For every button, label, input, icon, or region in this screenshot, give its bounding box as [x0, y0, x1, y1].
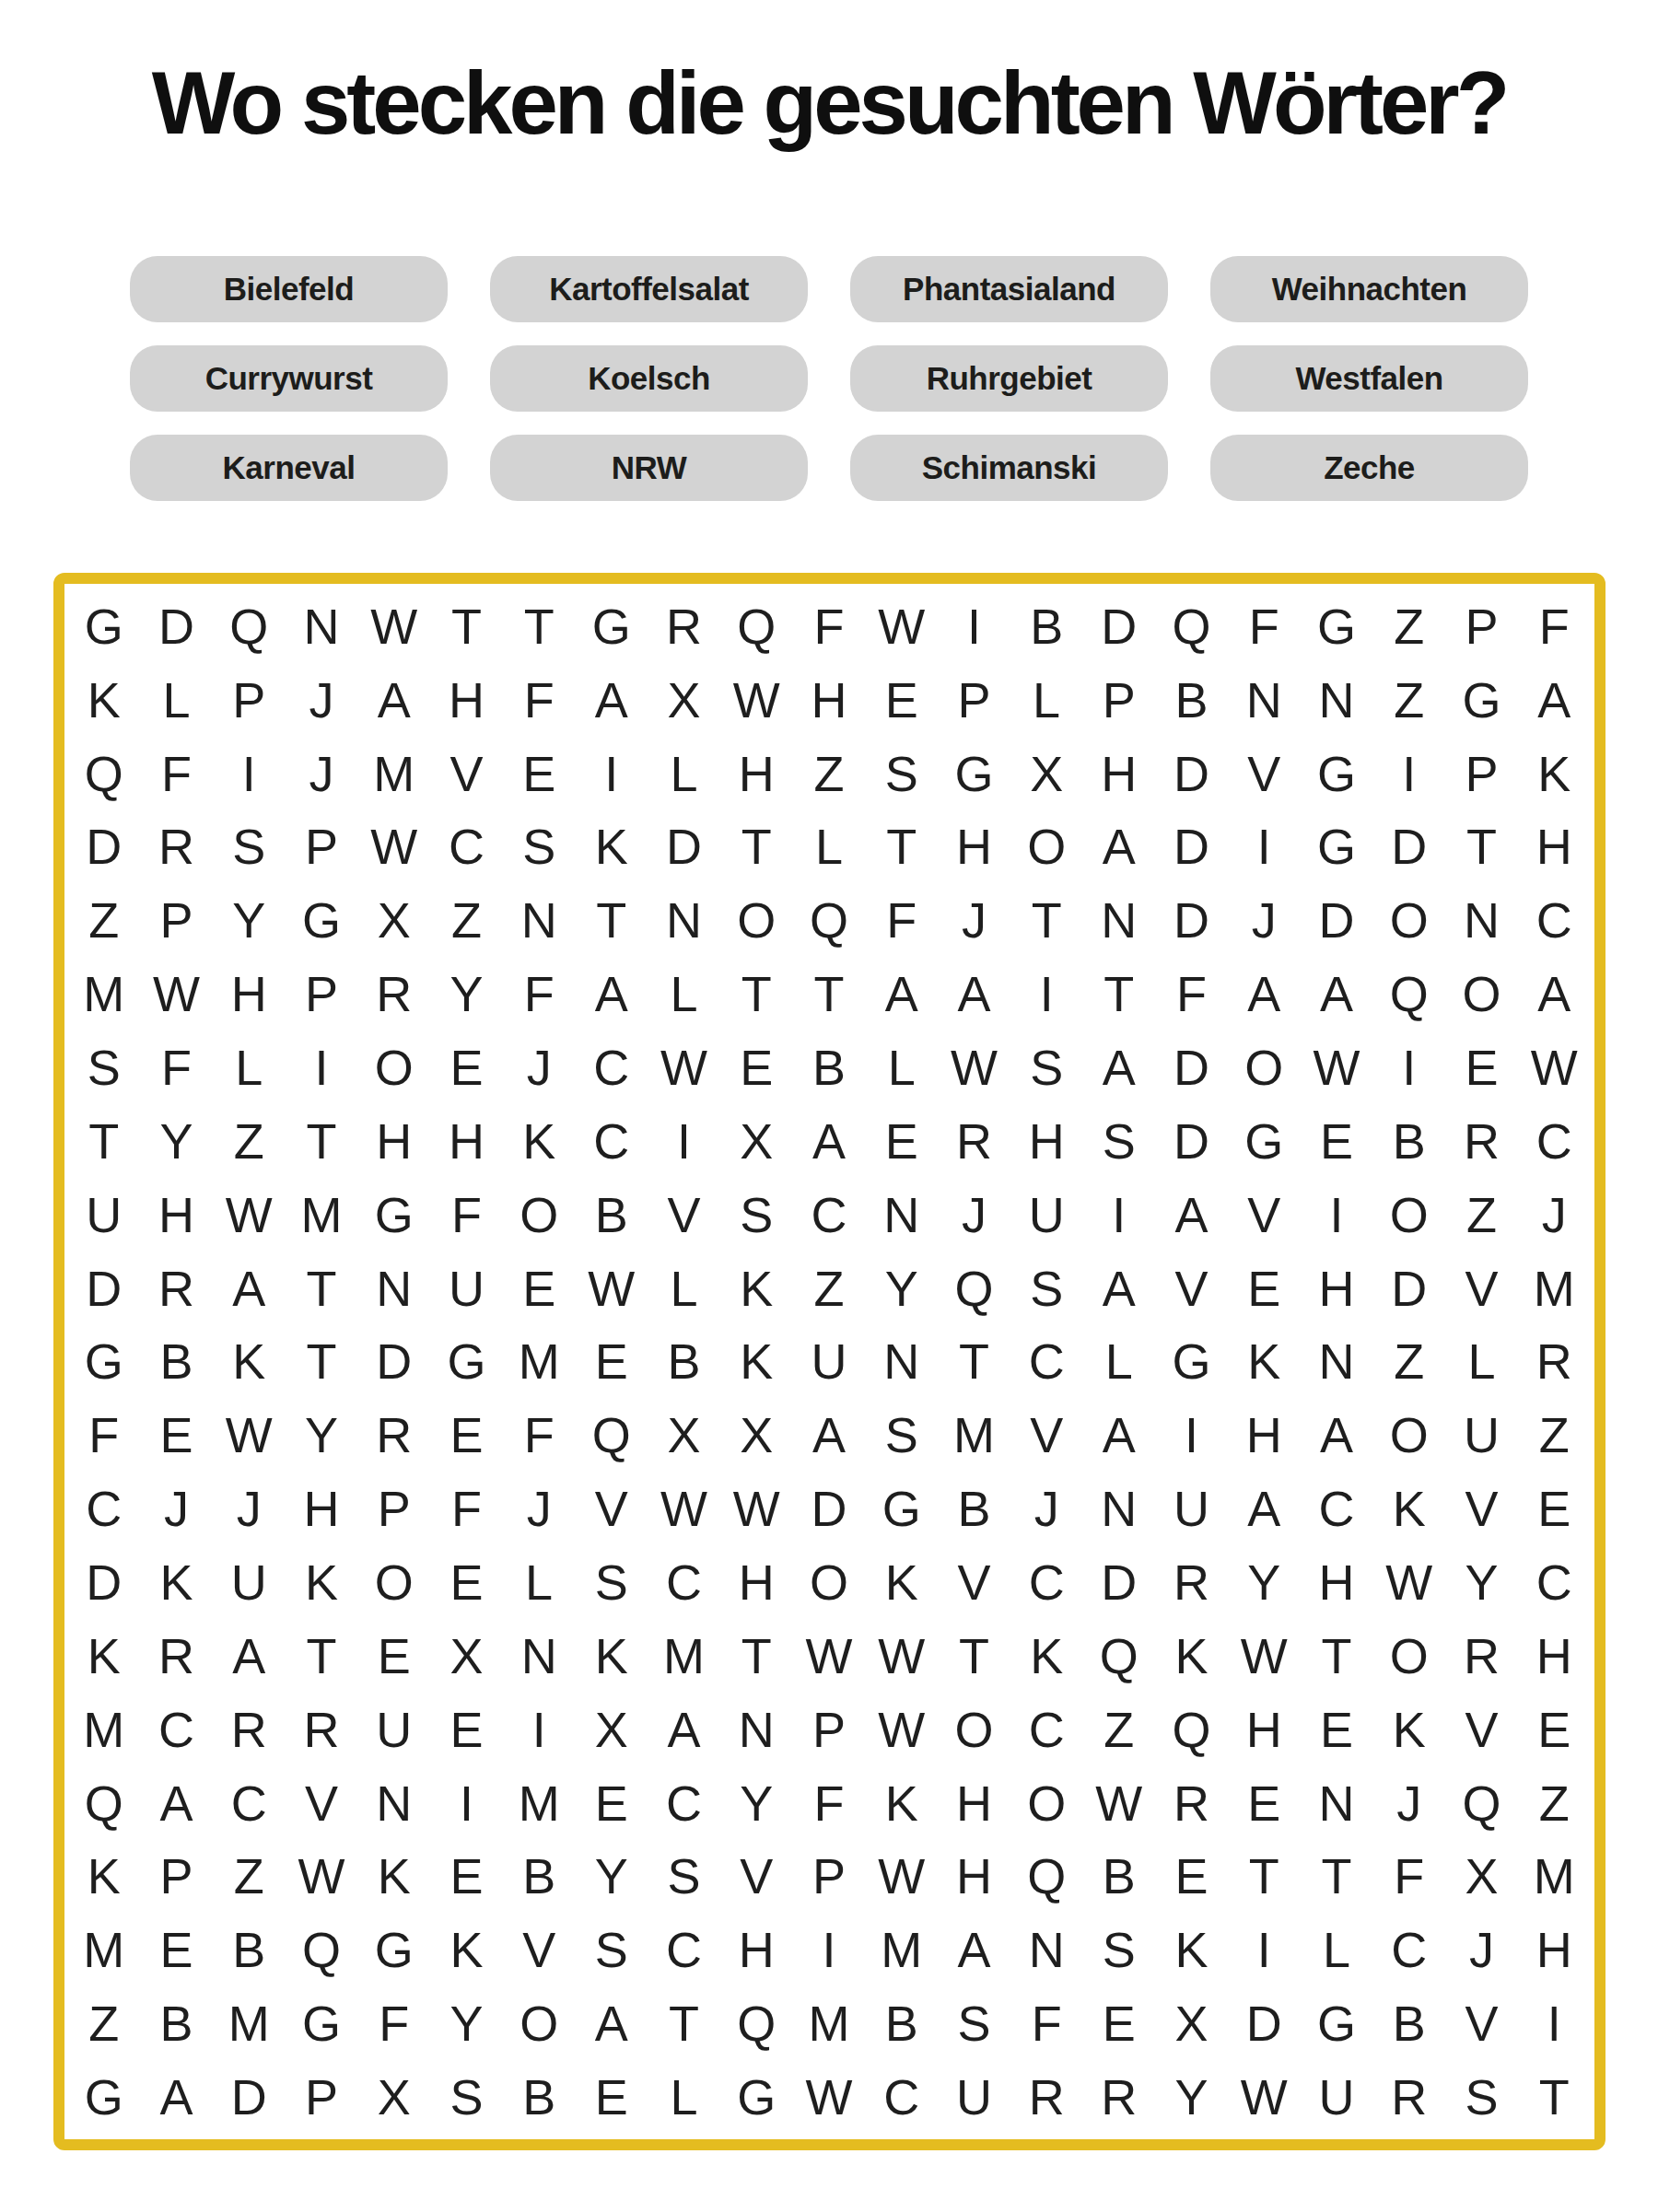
grid-cell[interactable]: G [68, 2060, 141, 2134]
grid-cell[interactable]: H [720, 737, 793, 810]
grid-cell[interactable]: U [793, 1325, 866, 1399]
grid-cell[interactable]: I [430, 1766, 503, 1840]
grid-cell[interactable]: U [1445, 1398, 1518, 1472]
grid-cell[interactable]: N [1083, 1472, 1156, 1545]
grid-cell[interactable]: H [720, 1545, 793, 1619]
grid-cell[interactable]: I [648, 1104, 720, 1178]
grid-cell[interactable]: F [793, 1766, 866, 1840]
grid-cell[interactable]: J [213, 1472, 286, 1545]
grid-cell[interactable]: S [938, 1986, 1010, 2060]
grid-cell[interactable]: V [1228, 1178, 1301, 1252]
grid-cell[interactable]: M [1518, 1840, 1591, 1914]
grid-cell[interactable]: D [213, 2060, 286, 2134]
grid-cell[interactable]: S [1083, 1913, 1156, 1986]
grid-cell[interactable]: V [576, 1472, 648, 1545]
grid-cell[interactable]: V [286, 1766, 358, 1840]
grid-cell[interactable]: F [1228, 589, 1301, 663]
grid-cell[interactable]: A [793, 1398, 866, 1472]
grid-cell[interactable]: A [576, 957, 648, 1030]
grid-cell[interactable]: L [1301, 1913, 1373, 1986]
grid-cell[interactable]: V [1445, 1693, 1518, 1766]
grid-cell[interactable]: G [357, 1178, 430, 1252]
grid-cell[interactable]: Q [576, 1398, 648, 1472]
grid-cell[interactable]: J [1445, 1913, 1518, 1986]
grid-cell[interactable]: O [1372, 883, 1445, 957]
grid-cell[interactable]: L [648, 2060, 720, 2134]
grid-cell[interactable]: G [1445, 663, 1518, 737]
grid-cell[interactable]: G [1228, 1104, 1301, 1178]
grid-cell[interactable]: F [1010, 1986, 1083, 2060]
grid-cell[interactable]: E [1301, 1693, 1373, 1766]
grid-cell[interactable]: P [286, 2060, 358, 2134]
grid-cell[interactable]: H [793, 663, 866, 737]
grid-cell[interactable]: L [503, 1545, 576, 1619]
grid-cell[interactable]: K [140, 1545, 213, 1619]
grid-cell[interactable]: Z [1445, 1178, 1518, 1252]
grid-cell[interactable]: O [503, 1986, 576, 2060]
grid-cell[interactable]: W [648, 1030, 720, 1104]
grid-cell[interactable]: C [140, 1693, 213, 1766]
grid-cell[interactable]: S [1445, 2060, 1518, 2134]
grid-cell[interactable]: B [1372, 1986, 1445, 2060]
grid-cell[interactable]: Q [720, 1986, 793, 2060]
grid-cell[interactable]: Y [286, 1398, 358, 1472]
grid-cell[interactable]: H [720, 1913, 793, 1986]
grid-cell[interactable]: T [503, 589, 576, 663]
grid-cell[interactable]: K [68, 1840, 141, 1914]
grid-cell[interactable]: W [793, 1619, 866, 1693]
grid-cell[interactable]: E [576, 1766, 648, 1840]
grid-cell[interactable]: R [357, 1398, 430, 1472]
grid-cell[interactable]: U [1155, 1472, 1228, 1545]
grid-cell[interactable]: C [648, 1913, 720, 1986]
grid-cell[interactable]: N [357, 1252, 430, 1325]
grid-cell[interactable]: T [720, 810, 793, 884]
grid-cell[interactable]: V [1445, 1252, 1518, 1325]
grid-cell[interactable]: A [140, 2060, 213, 2134]
grid-cell[interactable]: N [357, 1766, 430, 1840]
grid-cell[interactable]: E [720, 1030, 793, 1104]
grid-cell[interactable]: Z [68, 1986, 141, 2060]
grid-cell[interactable]: H [357, 1104, 430, 1178]
grid-cell[interactable]: Q [286, 1913, 358, 1986]
grid-cell[interactable]: L [648, 737, 720, 810]
grid-cell[interactable]: C [1372, 1913, 1445, 1986]
grid-cell[interactable]: Z [213, 1840, 286, 1914]
grid-cell[interactable]: C [1518, 1104, 1591, 1178]
grid-cell[interactable]: K [68, 663, 141, 737]
grid-cell[interactable]: F [1155, 957, 1228, 1030]
grid-cell[interactable]: A [1228, 1472, 1301, 1545]
grid-cell[interactable]: A [1083, 810, 1156, 884]
grid-cell[interactable]: H [213, 957, 286, 1030]
grid-cell[interactable]: I [503, 1693, 576, 1766]
grid-cell[interactable]: T [286, 1325, 358, 1399]
grid-cell[interactable]: H [140, 1178, 213, 1252]
grid-cell[interactable]: S [576, 1545, 648, 1619]
grid-cell[interactable]: I [938, 589, 1010, 663]
grid-cell[interactable]: R [140, 1619, 213, 1693]
grid-cell[interactable]: N [1301, 663, 1373, 737]
grid-cell[interactable]: T [1010, 883, 1083, 957]
grid-cell[interactable]: X [357, 883, 430, 957]
grid-cell[interactable]: C [1010, 1325, 1083, 1399]
grid-cell[interactable]: K [576, 1619, 648, 1693]
grid-cell[interactable]: W [648, 1472, 720, 1545]
grid-cell[interactable]: I [576, 737, 648, 810]
grid-cell[interactable]: L [648, 957, 720, 1030]
grid-cell[interactable]: V [720, 1840, 793, 1914]
grid-cell[interactable]: D [1155, 883, 1228, 957]
grid-cell[interactable]: G [576, 589, 648, 663]
grid-cell[interactable]: M [68, 1913, 141, 1986]
grid-cell[interactable]: H [1518, 1619, 1591, 1693]
grid-cell[interactable]: V [1228, 737, 1301, 810]
grid-cell[interactable]: X [1010, 737, 1083, 810]
grid-cell[interactable]: C [1518, 883, 1591, 957]
grid-cell[interactable]: Q [1372, 957, 1445, 1030]
grid-cell[interactable]: E [1445, 1030, 1518, 1104]
grid-cell[interactable]: G [1301, 810, 1373, 884]
grid-cell[interactable]: A [1518, 663, 1591, 737]
grid-cell[interactable]: Z [793, 1252, 866, 1325]
grid-cell[interactable]: C [648, 1545, 720, 1619]
grid-cell[interactable]: X [1445, 1840, 1518, 1914]
grid-cell[interactable]: L [793, 810, 866, 884]
grid-cell[interactable]: E [1301, 1104, 1373, 1178]
grid-cell[interactable]: S [1010, 1030, 1083, 1104]
grid-cell[interactable]: W [793, 2060, 866, 2134]
grid-cell[interactable]: T [793, 957, 866, 1030]
grid-cell[interactable]: F [430, 1472, 503, 1545]
grid-cell[interactable]: W [1228, 1619, 1301, 1693]
grid-cell[interactable]: B [1010, 589, 1083, 663]
grid-cell[interactable]: Q [68, 737, 141, 810]
grid-cell[interactable]: I [1083, 1178, 1156, 1252]
grid-cell[interactable]: B [865, 1986, 938, 2060]
grid-cell[interactable]: N [1228, 663, 1301, 737]
grid-cell[interactable]: T [1301, 1840, 1373, 1914]
grid-cell[interactable]: O [938, 1693, 1010, 1766]
grid-cell[interactable]: Y [865, 1252, 938, 1325]
grid-cell[interactable]: W [140, 957, 213, 1030]
grid-cell[interactable]: M [357, 737, 430, 810]
grid-cell[interactable]: L [648, 1252, 720, 1325]
grid-cell[interactable]: C [793, 1178, 866, 1252]
grid-cell[interactable]: Y [720, 1766, 793, 1840]
grid-cell[interactable]: B [503, 2060, 576, 2134]
grid-cell[interactable]: E [1228, 1766, 1301, 1840]
grid-cell[interactable]: H [1228, 1398, 1301, 1472]
grid-cell[interactable]: T [286, 1619, 358, 1693]
grid-cell[interactable]: H [1083, 737, 1156, 810]
grid-cell[interactable]: D [68, 1545, 141, 1619]
grid-cell[interactable]: R [357, 957, 430, 1030]
grid-cell[interactable]: B [503, 1840, 576, 1914]
grid-cell[interactable]: W [720, 1472, 793, 1545]
grid-cell[interactable]: P [793, 1840, 866, 1914]
grid-cell[interactable]: J [1518, 1178, 1591, 1252]
grid-cell[interactable]: T [938, 1619, 1010, 1693]
grid-cell[interactable]: N [720, 1693, 793, 1766]
grid-cell[interactable]: R [648, 589, 720, 663]
grid-cell[interactable]: T [720, 957, 793, 1030]
grid-cell[interactable]: T [68, 1104, 141, 1178]
grid-cell[interactable]: T [1445, 810, 1518, 884]
grid-cell[interactable]: R [140, 1252, 213, 1325]
grid-cell[interactable]: Q [1155, 1693, 1228, 1766]
grid-cell[interactable]: F [68, 1398, 141, 1472]
grid-cell[interactable]: D [1083, 589, 1156, 663]
grid-cell[interactable]: K [720, 1252, 793, 1325]
grid-cell[interactable]: G [68, 589, 141, 663]
grid-cell[interactable]: S [68, 1030, 141, 1104]
grid-cell[interactable]: E [140, 1398, 213, 1472]
grid-cell[interactable]: J [503, 1472, 576, 1545]
grid-cell[interactable]: K [865, 1545, 938, 1619]
grid-cell[interactable]: G [1301, 589, 1373, 663]
grid-cell[interactable]: K [865, 1766, 938, 1840]
grid-cell[interactable]: B [793, 1030, 866, 1104]
grid-cell[interactable]: G [357, 1913, 430, 1986]
grid-cell[interactable]: Q [1010, 1840, 1083, 1914]
grid-cell[interactable]: P [213, 663, 286, 737]
grid-cell[interactable]: T [286, 1252, 358, 1325]
grid-cell[interactable]: E [357, 1619, 430, 1693]
grid-cell[interactable]: F [140, 737, 213, 810]
grid-cell[interactable]: B [648, 1325, 720, 1399]
grid-cell[interactable]: V [938, 1545, 1010, 1619]
grid-cell[interactable]: N [1301, 1325, 1373, 1399]
grid-cell[interactable]: C [430, 810, 503, 884]
grid-cell[interactable]: R [1445, 1104, 1518, 1178]
grid-cell[interactable]: K [68, 1619, 141, 1693]
grid-cell[interactable]: R [938, 1104, 1010, 1178]
grid-cell[interactable]: Q [720, 589, 793, 663]
grid-cell[interactable]: Z [1083, 1693, 1156, 1766]
grid-cell[interactable]: P [140, 1840, 213, 1914]
grid-cell[interactable]: W [865, 1840, 938, 1914]
grid-cell[interactable]: E [140, 1913, 213, 1986]
grid-cell[interactable]: J [286, 663, 358, 737]
grid-cell[interactable]: W [1228, 2060, 1301, 2134]
grid-cell[interactable]: B [1372, 1104, 1445, 1178]
grid-cell[interactable]: R [1445, 1619, 1518, 1693]
grid-cell[interactable]: E [430, 1840, 503, 1914]
grid-cell[interactable]: N [1010, 1913, 1083, 1986]
grid-cell[interactable]: H [1010, 1104, 1083, 1178]
grid-cell[interactable]: G [430, 1325, 503, 1399]
grid-cell[interactable]: Y [430, 1986, 503, 2060]
grid-cell[interactable]: W [286, 1840, 358, 1914]
grid-cell[interactable]: V [503, 1913, 576, 1986]
grid-cell[interactable]: K [430, 1913, 503, 1986]
grid-cell[interactable]: C [1301, 1472, 1373, 1545]
grid-cell[interactable]: V [1155, 1252, 1228, 1325]
grid-cell[interactable]: T [648, 1986, 720, 2060]
grid-cell[interactable]: E [430, 1398, 503, 1472]
grid-cell[interactable]: T [286, 1104, 358, 1178]
grid-cell[interactable]: Z [1372, 1325, 1445, 1399]
grid-cell[interactable]: H [938, 1840, 1010, 1914]
grid-cell[interactable]: S [1010, 1252, 1083, 1325]
grid-cell[interactable]: F [430, 1178, 503, 1252]
grid-cell[interactable]: K [1155, 1619, 1228, 1693]
grid-cell[interactable]: B [140, 1986, 213, 2060]
grid-cell[interactable]: H [938, 1766, 1010, 1840]
grid-cell[interactable]: A [1083, 1030, 1156, 1104]
grid-cell[interactable]: C [1010, 1693, 1083, 1766]
grid-cell[interactable]: A [1083, 1398, 1156, 1472]
grid-cell[interactable]: T [938, 1325, 1010, 1399]
grid-cell[interactable]: V [1445, 1472, 1518, 1545]
grid-cell[interactable]: D [357, 1325, 430, 1399]
grid-cell[interactable]: A [1301, 957, 1373, 1030]
grid-cell[interactable]: X [648, 1398, 720, 1472]
grid-cell[interactable]: M [648, 1619, 720, 1693]
grid-cell[interactable]: U [357, 1693, 430, 1766]
grid-cell[interactable]: O [357, 1545, 430, 1619]
grid-cell[interactable]: N [286, 589, 358, 663]
grid-cell[interactable]: W [865, 589, 938, 663]
grid-cell[interactable]: N [1301, 1766, 1373, 1840]
grid-cell[interactable]: A [213, 1252, 286, 1325]
grid-cell[interactable]: A [938, 957, 1010, 1030]
grid-cell[interactable]: S [576, 1913, 648, 1986]
grid-cell[interactable]: X [576, 1693, 648, 1766]
grid-cell[interactable]: J [938, 883, 1010, 957]
grid-cell[interactable]: H [1228, 1693, 1301, 1766]
grid-cell[interactable]: O [357, 1030, 430, 1104]
grid-cell[interactable]: L [213, 1030, 286, 1104]
grid-cell[interactable]: Q [938, 1252, 1010, 1325]
grid-cell[interactable]: F [1372, 1840, 1445, 1914]
grid-cell[interactable]: B [576, 1178, 648, 1252]
grid-cell[interactable]: W [938, 1030, 1010, 1104]
grid-cell[interactable]: D [68, 810, 141, 884]
grid-cell[interactable]: O [1372, 1619, 1445, 1693]
grid-cell[interactable]: D [1155, 1030, 1228, 1104]
grid-cell[interactable]: U [213, 1545, 286, 1619]
grid-cell[interactable]: D [1083, 1545, 1156, 1619]
grid-cell[interactable]: W [865, 1619, 938, 1693]
grid-cell[interactable]: Q [213, 589, 286, 663]
grid-cell[interactable]: C [213, 1766, 286, 1840]
grid-cell[interactable]: G [1155, 1325, 1228, 1399]
grid-cell[interactable]: R [140, 810, 213, 884]
grid-cell[interactable]: Z [68, 883, 141, 957]
grid-cell[interactable]: L [1445, 1325, 1518, 1399]
grid-cell[interactable]: S [720, 1178, 793, 1252]
grid-cell[interactable]: Y [1155, 2060, 1228, 2134]
grid-cell[interactable]: H [1301, 1252, 1373, 1325]
grid-cell[interactable]: X [357, 2060, 430, 2134]
grid-cell[interactable]: N [503, 1619, 576, 1693]
grid-cell[interactable]: R [1010, 2060, 1083, 2134]
grid-cell[interactable]: W [357, 589, 430, 663]
grid-cell[interactable]: E [1228, 1252, 1301, 1325]
grid-cell[interactable]: C [576, 1104, 648, 1178]
grid-cell[interactable]: A [865, 957, 938, 1030]
grid-cell[interactable]: A [648, 1693, 720, 1766]
grid-cell[interactable]: O [793, 1545, 866, 1619]
grid-cell[interactable]: B [938, 1472, 1010, 1545]
grid-cell[interactable]: S [503, 810, 576, 884]
grid-cell[interactable]: K [213, 1325, 286, 1399]
grid-cell[interactable]: K [1010, 1619, 1083, 1693]
grid-cell[interactable]: S [1083, 1104, 1156, 1178]
grid-cell[interactable]: J [140, 1472, 213, 1545]
grid-cell[interactable]: P [793, 1693, 866, 1766]
grid-cell[interactable]: W [1083, 1766, 1156, 1840]
grid-cell[interactable]: E [576, 1325, 648, 1399]
grid-cell[interactable]: J [286, 737, 358, 810]
grid-cell[interactable]: D [1228, 1986, 1301, 2060]
grid-cell[interactable]: C [68, 1472, 141, 1545]
grid-cell[interactable]: U [938, 2060, 1010, 2134]
grid-cell[interactable]: Z [213, 1104, 286, 1178]
grid-cell[interactable]: D [1155, 810, 1228, 884]
grid-cell[interactable]: D [68, 1252, 141, 1325]
grid-cell[interactable]: I [1518, 1986, 1591, 2060]
grid-cell[interactable]: K [1372, 1472, 1445, 1545]
grid-cell[interactable]: M [68, 957, 141, 1030]
grid-cell[interactable]: A [213, 1619, 286, 1693]
grid-cell[interactable]: K [1518, 737, 1591, 810]
grid-cell[interactable]: B [213, 1913, 286, 1986]
grid-cell[interactable]: X [720, 1398, 793, 1472]
grid-cell[interactable]: M [503, 1325, 576, 1399]
grid-cell[interactable]: E [1518, 1693, 1591, 1766]
grid-cell[interactable]: W [576, 1252, 648, 1325]
grid-cell[interactable]: Q [1155, 589, 1228, 663]
grid-cell[interactable]: W [357, 810, 430, 884]
grid-cell[interactable]: N [1083, 883, 1156, 957]
grid-cell[interactable]: Z [1372, 589, 1445, 663]
grid-cell[interactable]: C [1010, 1545, 1083, 1619]
grid-cell[interactable]: O [1372, 1178, 1445, 1252]
grid-cell[interactable]: V [430, 737, 503, 810]
grid-cell[interactable]: V [1445, 1986, 1518, 2060]
grid-cell[interactable]: M [793, 1986, 866, 2060]
grid-cell[interactable]: Y [1228, 1545, 1301, 1619]
grid-cell[interactable]: Y [576, 1840, 648, 1914]
grid-cell[interactable]: F [357, 1986, 430, 2060]
grid-cell[interactable]: G [720, 2060, 793, 2134]
grid-cell[interactable]: C [576, 1030, 648, 1104]
grid-cell[interactable]: G [68, 1325, 141, 1399]
grid-cell[interactable]: G [865, 1472, 938, 1545]
grid-cell[interactable]: A [1083, 1252, 1156, 1325]
grid-cell[interactable]: H [430, 663, 503, 737]
grid-cell[interactable]: Z [793, 737, 866, 810]
grid-cell[interactable]: N [648, 883, 720, 957]
grid-cell[interactable]: E [1083, 1986, 1156, 2060]
grid-cell[interactable]: Y [213, 883, 286, 957]
grid-cell[interactable]: P [286, 957, 358, 1030]
grid-cell[interactable]: S [430, 2060, 503, 2134]
grid-cell[interactable]: H [1518, 810, 1591, 884]
grid-cell[interactable]: F [503, 663, 576, 737]
grid-cell[interactable]: V [1010, 1398, 1083, 1472]
grid-cell[interactable]: H [1301, 1545, 1373, 1619]
grid-cell[interactable]: N [1445, 883, 1518, 957]
grid-cell[interactable]: U [1301, 2060, 1373, 2134]
grid-cell[interactable]: V [648, 1178, 720, 1252]
grid-cell[interactable]: F [140, 1030, 213, 1104]
grid-cell[interactable]: W [1372, 1545, 1445, 1619]
grid-cell[interactable]: Q [1445, 1766, 1518, 1840]
